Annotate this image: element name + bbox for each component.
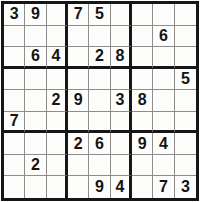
- cell-r1c9[interactable]: [175, 4, 196, 26]
- cell-r7c9[interactable]: [175, 133, 196, 155]
- cell-r2c7[interactable]: [132, 26, 153, 48]
- cell-r5c9[interactable]: [175, 90, 196, 112]
- given-digit: 4: [51, 48, 60, 64]
- cell-r1c6[interactable]: [111, 4, 132, 26]
- cell-r3c3[interactable]: 4: [47, 47, 68, 69]
- cell-r4c7[interactable]: [132, 69, 153, 91]
- cell-r5c3[interactable]: 2: [47, 90, 68, 112]
- cell-r4c4[interactable]: [68, 69, 89, 91]
- cell-r6c8[interactable]: [153, 112, 174, 134]
- cell-r6c7[interactable]: [132, 112, 153, 134]
- cell-r9c8[interactable]: 7: [153, 176, 174, 198]
- cell-r8c7[interactable]: [132, 155, 153, 177]
- cell-r8c3[interactable]: [47, 155, 68, 177]
- cell-r4c1[interactable]: [4, 69, 25, 91]
- cell-r3c4[interactable]: [68, 47, 89, 69]
- cell-r4c3[interactable]: [47, 69, 68, 91]
- given-digit: 2: [74, 135, 83, 151]
- cell-r3c5[interactable]: 2: [89, 47, 110, 69]
- cell-r2c2[interactable]: [25, 26, 46, 48]
- cell-r5c7[interactable]: 8: [132, 90, 153, 112]
- given-digit: 8: [138, 92, 147, 108]
- cell-r5c5[interactable]: [89, 90, 110, 112]
- cell-r4c8[interactable]: [153, 69, 174, 91]
- cell-r7c5[interactable]: 6: [89, 133, 110, 155]
- cell-r1c5[interactable]: 5: [89, 4, 110, 26]
- cell-r4c9[interactable]: 5: [175, 69, 196, 91]
- given-digit: 2: [31, 157, 40, 173]
- cell-r8c4[interactable]: [68, 155, 89, 177]
- given-digit: 2: [51, 92, 60, 108]
- cell-r5c2[interactable]: [25, 90, 46, 112]
- given-digit: 6: [159, 27, 168, 43]
- cell-r1c7[interactable]: [132, 4, 153, 26]
- cell-r4c5[interactable]: [89, 69, 110, 91]
- given-digit: 6: [31, 48, 40, 64]
- cell-r5c8[interactable]: [153, 90, 174, 112]
- cell-r8c5[interactable]: [89, 155, 110, 177]
- cell-r9c7[interactable]: [132, 176, 153, 198]
- cell-r2c4[interactable]: [68, 26, 89, 48]
- given-digit: 6: [95, 135, 104, 151]
- cell-r1c2[interactable]: 9: [25, 4, 46, 26]
- cell-r9c5[interactable]: 9: [89, 176, 110, 198]
- given-digit: 3: [115, 92, 124, 108]
- given-digit: 9: [31, 6, 40, 22]
- given-digit: 8: [115, 48, 124, 64]
- cell-r1c3[interactable]: [47, 4, 68, 26]
- cell-r8c2[interactable]: 2: [25, 155, 46, 177]
- cell-r9c3[interactable]: [47, 176, 68, 198]
- cell-r3c1[interactable]: [4, 47, 25, 69]
- given-digit: 9: [138, 135, 147, 151]
- cell-r3c7[interactable]: [132, 47, 153, 69]
- cell-r4c2[interactable]: [25, 69, 46, 91]
- cell-r7c8[interactable]: 4: [153, 133, 174, 155]
- cell-r3c2[interactable]: 6: [25, 47, 46, 69]
- given-digit: 7: [159, 179, 168, 195]
- cell-r2c5[interactable]: [89, 26, 110, 48]
- cell-r6c5[interactable]: [89, 112, 110, 134]
- cell-r9c1[interactable]: [4, 176, 25, 198]
- cell-r6c2[interactable]: [25, 112, 46, 134]
- given-digit: 3: [10, 6, 19, 22]
- cell-r6c3[interactable]: [47, 112, 68, 134]
- cell-r9c2[interactable]: [25, 176, 46, 198]
- given-digit: 2: [95, 48, 104, 64]
- cell-r8c9[interactable]: [175, 155, 196, 177]
- sudoku-board: 397566428529387269429473: [1, 1, 199, 201]
- cell-r2c8[interactable]: 6: [153, 26, 174, 48]
- cell-r7c6[interactable]: [111, 133, 132, 155]
- cell-r1c4[interactable]: 7: [68, 4, 89, 26]
- cell-r2c1[interactable]: [4, 26, 25, 48]
- cell-r8c6[interactable]: [111, 155, 132, 177]
- cell-r2c6[interactable]: [111, 26, 132, 48]
- cell-r6c9[interactable]: [175, 112, 196, 134]
- given-digit: 7: [10, 113, 19, 129]
- cell-r5c1[interactable]: [4, 90, 25, 112]
- cell-r9c4[interactable]: [68, 176, 89, 198]
- cell-r6c1[interactable]: 7: [4, 112, 25, 134]
- cell-r7c2[interactable]: [25, 133, 46, 155]
- cell-r1c1[interactable]: 3: [4, 4, 25, 26]
- given-digit: 3: [181, 179, 190, 195]
- given-digit: 9: [95, 179, 104, 195]
- cell-r1c8[interactable]: [153, 4, 174, 26]
- cell-r3c6[interactable]: 8: [111, 47, 132, 69]
- given-digit: 9: [74, 92, 83, 108]
- cell-r6c6[interactable]: [111, 112, 132, 134]
- cell-r9c6[interactable]: 4: [111, 176, 132, 198]
- given-digit: 7: [74, 6, 83, 22]
- given-digit: 5: [95, 6, 104, 22]
- cell-r3c9[interactable]: [175, 47, 196, 69]
- cell-r2c9[interactable]: [175, 26, 196, 48]
- cell-r8c1[interactable]: [4, 155, 25, 177]
- cell-r5c6[interactable]: 3: [111, 90, 132, 112]
- cell-r2c3[interactable]: [47, 26, 68, 48]
- given-digit: 4: [159, 135, 168, 151]
- cell-r3c8[interactable]: [153, 47, 174, 69]
- cell-r8c8[interactable]: [153, 155, 174, 177]
- cell-r4c6[interactable]: [111, 69, 132, 91]
- cell-r7c7[interactable]: 9: [132, 133, 153, 155]
- cell-r6c4[interactable]: [68, 112, 89, 134]
- cell-r9c9[interactable]: 3: [175, 176, 196, 198]
- cell-r7c1[interactable]: [4, 133, 25, 155]
- given-digit: 4: [115, 179, 124, 195]
- cell-r7c4[interactable]: 2: [68, 133, 89, 155]
- cell-r5c4[interactable]: 9: [68, 90, 89, 112]
- given-digit: 5: [181, 70, 190, 86]
- cell-r7c3[interactable]: [47, 133, 68, 155]
